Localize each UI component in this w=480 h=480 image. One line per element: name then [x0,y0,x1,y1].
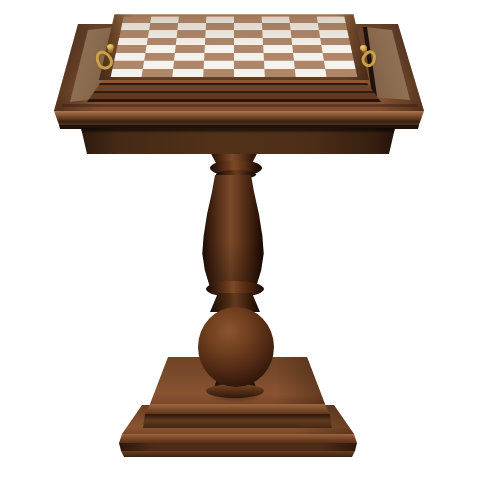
base-lower-tier-bevel [121,451,355,457]
board-square [234,30,263,37]
board-square [289,17,318,24]
board-square [205,30,234,37]
handle-pivot-icon [107,44,114,50]
board-square [203,69,234,77]
board-square [143,61,174,69]
board-square [234,17,262,24]
board-square [317,17,346,24]
board-square [264,69,295,77]
brass-handle-right [358,45,382,73]
board-square [206,17,234,24]
pedestal-ball [198,307,274,387]
board-square [175,45,205,53]
board-square [264,53,294,61]
board-square [234,61,264,69]
board-square [234,23,262,30]
board-square [262,23,291,30]
board-square [234,53,264,61]
board-square [234,38,263,45]
board-square [141,69,173,77]
board-square [144,53,175,61]
board-square [174,53,204,61]
base-lower-tier-edge [119,434,357,443]
board-square [295,69,327,77]
base-lower-tier-face [119,443,357,451]
board-square [173,61,204,69]
tabletop-apron [81,128,395,154]
board-square [262,17,290,24]
board-square [145,45,175,53]
board-square [263,45,293,53]
board-square [291,30,320,37]
board-square [172,69,203,77]
board-square [292,45,322,53]
board-square [262,30,291,37]
chess-table-photo [0,0,480,480]
board-square [177,23,206,30]
base-upper-tier-molding-shadow [143,414,332,428]
board-square [290,23,319,30]
board-square [234,69,265,77]
pedestal-vase [201,175,265,287]
chessboard [99,14,369,80]
board-square [122,17,151,24]
board-square [291,38,321,45]
board-square [294,61,325,69]
base-upper-tier-molding [145,404,330,414]
board-square [234,45,264,53]
board-square [204,61,234,69]
board-square [119,30,149,37]
board-square [325,69,357,77]
board-square [178,17,206,24]
board-square [264,61,295,69]
board-square [320,38,350,45]
board-grid [111,17,358,77]
board-square [323,53,354,61]
brass-handle-left [96,44,120,72]
tabletop-molded-edge [54,111,424,125]
board-square [176,38,206,45]
board-square [324,61,356,69]
chessboard-frame [99,14,369,80]
board-square [147,38,177,45]
board-square [118,38,148,45]
board-square [205,38,234,45]
board-square [121,23,150,30]
board-square [263,38,293,45]
board-square [204,45,234,53]
board-square [177,30,206,37]
board-square [318,23,347,30]
board-square [116,45,147,53]
board-square [206,23,234,30]
board-square [319,30,349,37]
tabletop-front-seam [62,104,418,107]
board-square [293,53,324,61]
board-square [150,17,179,24]
board-square [204,53,234,61]
board-square [148,30,177,37]
board-square [149,23,178,30]
board-square [321,45,352,53]
